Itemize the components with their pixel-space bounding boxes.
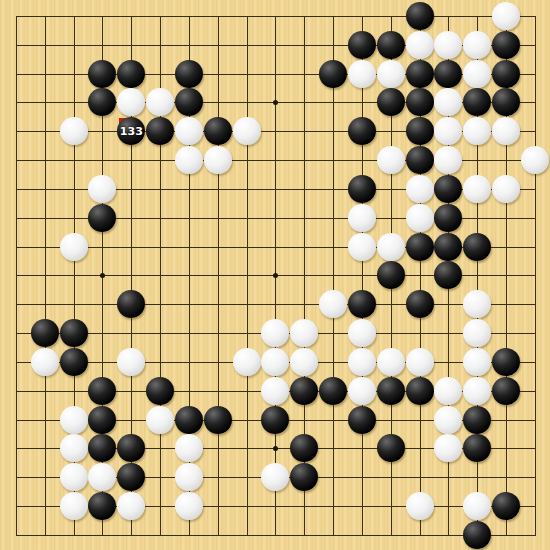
white-stone[interactable] <box>463 175 491 203</box>
black-stone[interactable] <box>348 406 376 434</box>
black-stone[interactable] <box>492 377 520 405</box>
black-stone[interactable] <box>117 463 145 491</box>
white-stone[interactable] <box>463 377 491 405</box>
white-stone[interactable] <box>463 117 491 145</box>
white-stone[interactable] <box>233 117 261 145</box>
black-stone[interactable] <box>463 434 491 462</box>
white-stone[interactable] <box>463 492 491 520</box>
grid-line-vertical <box>333 16 334 536</box>
black-stone[interactable] <box>406 233 434 261</box>
black-stone[interactable] <box>175 406 203 434</box>
white-stone[interactable] <box>434 406 462 434</box>
black-stone[interactable] <box>88 434 116 462</box>
star-point <box>273 273 278 278</box>
white-stone[interactable] <box>60 233 88 261</box>
white-stone[interactable] <box>60 117 88 145</box>
black-stone[interactable] <box>60 348 88 376</box>
white-stone[interactable] <box>348 60 376 88</box>
goban[interactable]: 133 <box>0 0 550 550</box>
black-stone[interactable] <box>463 233 491 261</box>
white-stone[interactable] <box>261 348 289 376</box>
black-stone[interactable] <box>377 377 405 405</box>
black-stone[interactable] <box>406 60 434 88</box>
black-stone[interactable] <box>406 88 434 116</box>
black-stone[interactable] <box>492 60 520 88</box>
white-stone[interactable] <box>463 319 491 347</box>
white-stone[interactable] <box>463 348 491 376</box>
black-stone[interactable] <box>492 492 520 520</box>
black-stone[interactable] <box>348 117 376 145</box>
white-stone[interactable] <box>261 377 289 405</box>
black-stone[interactable] <box>377 261 405 289</box>
white-stone[interactable] <box>434 146 462 174</box>
white-stone[interactable] <box>60 463 88 491</box>
black-stone[interactable] <box>377 88 405 116</box>
black-stone[interactable] <box>434 233 462 261</box>
black-stone[interactable] <box>377 434 405 462</box>
black-stone[interactable] <box>60 319 88 347</box>
white-stone[interactable] <box>463 60 491 88</box>
white-stone[interactable] <box>348 319 376 347</box>
black-stone[interactable] <box>434 175 462 203</box>
black-stone[interactable] <box>348 31 376 59</box>
black-stone[interactable] <box>88 88 116 116</box>
white-stone[interactable] <box>175 146 203 174</box>
black-stone[interactable] <box>406 290 434 318</box>
black-stone[interactable] <box>146 377 174 405</box>
white-stone[interactable] <box>406 175 434 203</box>
white-stone[interactable] <box>434 31 462 59</box>
black-stone[interactable] <box>146 117 174 145</box>
black-stone[interactable] <box>175 60 203 88</box>
white-stone[interactable] <box>434 88 462 116</box>
white-stone[interactable] <box>434 377 462 405</box>
white-stone[interactable] <box>117 348 145 376</box>
grid-line-horizontal <box>16 535 536 536</box>
black-stone[interactable] <box>319 377 347 405</box>
white-stone[interactable] <box>31 348 59 376</box>
white-stone[interactable] <box>204 146 232 174</box>
black-stone[interactable] <box>88 60 116 88</box>
white-stone[interactable] <box>434 434 462 462</box>
white-stone[interactable] <box>60 406 88 434</box>
white-stone[interactable] <box>117 88 145 116</box>
black-stone[interactable] <box>406 117 434 145</box>
black-stone[interactable] <box>175 88 203 116</box>
white-stone[interactable] <box>492 117 520 145</box>
star-point <box>100 273 105 278</box>
white-stone[interactable] <box>175 492 203 520</box>
white-stone[interactable] <box>290 319 318 347</box>
black-stone[interactable] <box>463 406 491 434</box>
white-stone[interactable] <box>146 88 174 116</box>
white-stone[interactable] <box>348 204 376 232</box>
black-stone[interactable] <box>290 377 318 405</box>
black-stone[interactable] <box>31 319 59 347</box>
go-board-screenshot: 133 <box>0 0 550 550</box>
white-stone[interactable] <box>117 492 145 520</box>
last-move-number: 133 <box>120 126 143 137</box>
white-stone[interactable] <box>434 117 462 145</box>
black-stone[interactable] <box>406 377 434 405</box>
white-stone[interactable] <box>348 233 376 261</box>
black-stone[interactable] <box>348 175 376 203</box>
black-stone[interactable] <box>377 31 405 59</box>
white-stone[interactable] <box>492 175 520 203</box>
white-stone[interactable] <box>88 175 116 203</box>
star-point <box>273 100 278 105</box>
white-stone[interactable] <box>60 492 88 520</box>
black-stone[interactable] <box>434 204 462 232</box>
star-point <box>273 446 278 451</box>
black-stone[interactable] <box>88 377 116 405</box>
grid-line-vertical <box>362 16 363 536</box>
white-stone[interactable] <box>406 31 434 59</box>
white-stone[interactable] <box>233 348 261 376</box>
black-stone[interactable] <box>117 434 145 462</box>
black-stone[interactable] <box>492 31 520 59</box>
black-stone[interactable] <box>88 492 116 520</box>
white-stone[interactable] <box>406 492 434 520</box>
white-stone[interactable] <box>146 406 174 434</box>
black-stone[interactable] <box>406 2 434 30</box>
black-stone[interactable] <box>290 434 318 462</box>
white-stone[interactable] <box>319 290 347 318</box>
white-stone[interactable] <box>377 146 405 174</box>
white-stone[interactable] <box>175 463 203 491</box>
black-stone[interactable] <box>117 290 145 318</box>
white-stone[interactable] <box>175 117 203 145</box>
grid-line-horizontal <box>16 304 536 305</box>
black-stone[interactable] <box>88 406 116 434</box>
white-stone[interactable] <box>261 319 289 347</box>
black-stone[interactable] <box>406 146 434 174</box>
black-stone[interactable] <box>117 60 145 88</box>
black-stone[interactable] <box>463 521 491 549</box>
black-stone[interactable] <box>319 60 347 88</box>
white-stone[interactable] <box>521 146 549 174</box>
white-stone[interactable] <box>88 463 116 491</box>
white-stone[interactable] <box>175 434 203 462</box>
black-stone[interactable] <box>492 88 520 116</box>
black-stone[interactable] <box>348 290 376 318</box>
white-stone[interactable] <box>377 348 405 376</box>
white-stone[interactable] <box>60 434 88 462</box>
black-stone[interactable] <box>463 88 491 116</box>
black-stone[interactable] <box>434 261 462 289</box>
white-stone[interactable] <box>348 348 376 376</box>
white-stone[interactable] <box>406 204 434 232</box>
white-stone[interactable] <box>290 348 318 376</box>
white-stone[interactable] <box>261 463 289 491</box>
grid-line-vertical <box>535 16 536 536</box>
black-stone[interactable] <box>492 348 520 376</box>
white-stone[interactable] <box>377 60 405 88</box>
white-stone[interactable] <box>463 290 491 318</box>
white-stone[interactable] <box>463 31 491 59</box>
black-stone[interactable] <box>434 60 462 88</box>
white-stone[interactable] <box>348 377 376 405</box>
black-stone[interactable]: 133 <box>117 117 145 145</box>
black-stone[interactable] <box>88 204 116 232</box>
black-stone[interactable] <box>204 406 232 434</box>
black-stone[interactable] <box>261 406 289 434</box>
white-stone[interactable] <box>406 348 434 376</box>
white-stone[interactable] <box>377 233 405 261</box>
black-stone[interactable] <box>290 463 318 491</box>
black-stone[interactable] <box>204 117 232 145</box>
white-stone[interactable] <box>492 2 520 30</box>
